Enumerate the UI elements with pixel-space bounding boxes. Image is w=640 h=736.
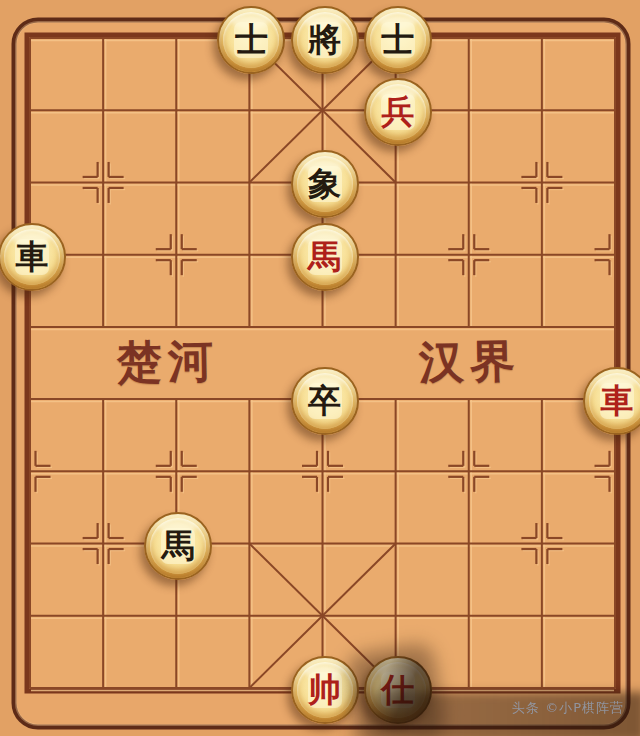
piece-red-horse[interactable]: 馬 [291, 223, 359, 291]
piece-black-chariot[interactable]: 車 [0, 223, 66, 291]
piece-glyph: 兵 [381, 95, 414, 128]
river-label-chu-he: 楚河 [116, 331, 219, 393]
river-label-han-jie: 汉界 [418, 331, 521, 393]
piece-red-chariot[interactable]: 車 [583, 367, 640, 435]
piece-red-soldier[interactable]: 兵 [364, 78, 432, 146]
piece-glyph: 馬 [162, 528, 195, 561]
xiangqi-app: 士將士兵象車馬卒車馬帅仕 楚河 汉界 头条 ©小P棋阵营 [0, 0, 640, 736]
piece-glyph: 馬 [308, 239, 341, 272]
piece-glyph: 車 [16, 239, 49, 272]
piece-glyph: 象 [308, 167, 341, 200]
piece-glyph: 卒 [308, 384, 341, 417]
piece-black-horse[interactable]: 馬 [144, 512, 212, 580]
piece-glyph: 帅 [308, 672, 341, 705]
piece-black-general[interactable]: 將 [291, 6, 359, 74]
piece-glyph: 將 [308, 23, 341, 56]
piece-black-elephant[interactable]: 象 [291, 150, 359, 218]
piece-glyph: 車 [601, 384, 634, 417]
piece-glyph: 士 [235, 23, 268, 56]
watermark-text: 头条 ©小P棋阵营 [512, 699, 624, 717]
piece-glyph: 士 [381, 23, 414, 56]
piece-black-advisor[interactable]: 士 [217, 6, 285, 74]
piece-black-advisor[interactable]: 士 [364, 6, 432, 74]
piece-black-soldier[interactable]: 卒 [291, 367, 359, 435]
pieces-layer: 士將士兵象車馬卒車馬帅仕 [0, 0, 640, 736]
